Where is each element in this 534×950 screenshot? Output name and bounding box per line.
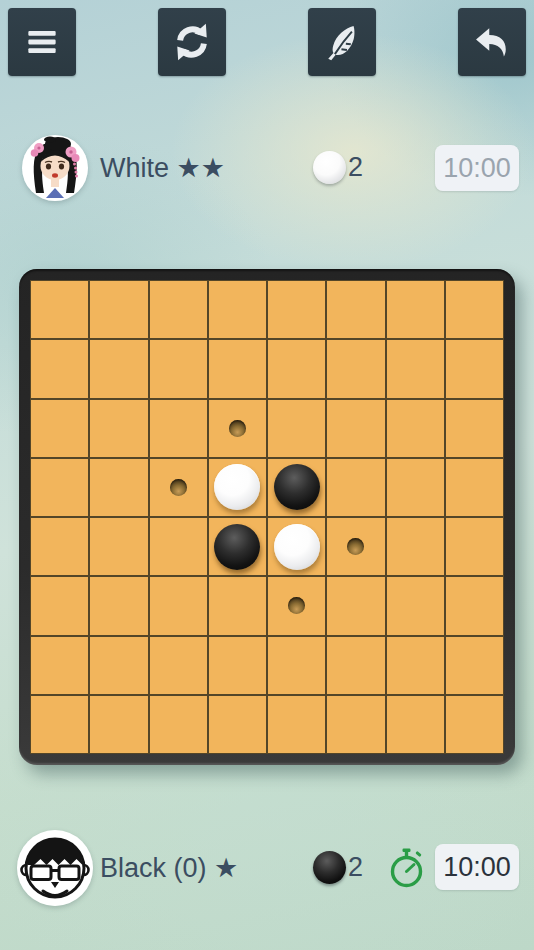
quill-button[interactable] xyxy=(308,8,376,76)
cell-g2[interactable] xyxy=(386,339,445,398)
cell-e8[interactable] xyxy=(267,695,326,754)
cell-c8[interactable] xyxy=(149,695,208,754)
cell-f4[interactable] xyxy=(326,458,385,517)
white-count-stone-icon xyxy=(313,151,346,184)
othello-board xyxy=(19,269,515,765)
cell-g4[interactable] xyxy=(386,458,445,517)
legal-move-dot[interactable] xyxy=(229,420,246,437)
cell-g8[interactable] xyxy=(386,695,445,754)
cell-f8[interactable] xyxy=(326,695,385,754)
cell-e3[interactable] xyxy=(267,399,326,458)
cell-g6[interactable] xyxy=(386,576,445,635)
white-stone-count: 2 xyxy=(348,152,363,183)
cell-a4[interactable] xyxy=(30,458,89,517)
cell-b8[interactable] xyxy=(89,695,148,754)
cell-e5[interactable] xyxy=(267,517,326,576)
cell-h3[interactable] xyxy=(445,399,504,458)
board-grid xyxy=(30,280,504,754)
cell-c3[interactable] xyxy=(149,399,208,458)
cell-h7[interactable] xyxy=(445,636,504,695)
stopwatch-icon xyxy=(388,847,425,893)
cell-d2[interactable] xyxy=(208,339,267,398)
cell-e2[interactable] xyxy=(267,339,326,398)
cell-b3[interactable] xyxy=(89,399,148,458)
undo-arrow-icon xyxy=(470,20,514,64)
legal-move-dot[interactable] xyxy=(170,479,187,496)
cell-e7[interactable] xyxy=(267,636,326,695)
legal-move-dot[interactable] xyxy=(347,538,364,555)
cell-c2[interactable] xyxy=(149,339,208,398)
cell-g1[interactable] xyxy=(386,280,445,339)
geisha-avatar-icon xyxy=(22,135,88,201)
black-disc xyxy=(214,524,260,570)
black-timer: 10:00 xyxy=(435,844,519,890)
cell-c7[interactable] xyxy=(149,636,208,695)
black-stone-count: 2 xyxy=(348,852,363,883)
white-player-avatar xyxy=(22,135,88,201)
cell-a8[interactable] xyxy=(30,695,89,754)
cell-a3[interactable] xyxy=(30,399,89,458)
cell-d1[interactable] xyxy=(208,280,267,339)
cell-h8[interactable] xyxy=(445,695,504,754)
cell-c5[interactable] xyxy=(149,517,208,576)
cell-h1[interactable] xyxy=(445,280,504,339)
cell-c6[interactable] xyxy=(149,576,208,635)
cell-h5[interactable] xyxy=(445,517,504,576)
boy-glasses-avatar-icon xyxy=(17,830,93,906)
cell-g3[interactable] xyxy=(386,399,445,458)
cell-f7[interactable] xyxy=(326,636,385,695)
cell-b4[interactable] xyxy=(89,458,148,517)
cell-h6[interactable] xyxy=(445,576,504,635)
white-disc xyxy=(214,464,260,510)
cell-b5[interactable] xyxy=(89,517,148,576)
cell-d7[interactable] xyxy=(208,636,267,695)
cell-b2[interactable] xyxy=(89,339,148,398)
cell-e6[interactable] xyxy=(267,576,326,635)
toolbar xyxy=(8,8,526,76)
restart-button[interactable] xyxy=(158,8,226,76)
undo-button[interactable] xyxy=(458,8,526,76)
black-player-avatar xyxy=(17,830,93,906)
cell-a6[interactable] xyxy=(30,576,89,635)
cell-g7[interactable] xyxy=(386,636,445,695)
cell-a5[interactable] xyxy=(30,517,89,576)
cell-e4[interactable] xyxy=(267,458,326,517)
cell-a2[interactable] xyxy=(30,339,89,398)
cell-c4[interactable] xyxy=(149,458,208,517)
hamburger-icon xyxy=(21,21,63,63)
cell-f6[interactable] xyxy=(326,576,385,635)
cell-f2[interactable] xyxy=(326,339,385,398)
cell-h2[interactable] xyxy=(445,339,504,398)
cell-b6[interactable] xyxy=(89,576,148,635)
menu-button[interactable] xyxy=(8,8,76,76)
black-count-stone-icon xyxy=(313,851,346,884)
cell-b1[interactable] xyxy=(89,280,148,339)
cell-d8[interactable] xyxy=(208,695,267,754)
cell-d5[interactable] xyxy=(208,517,267,576)
cell-b7[interactable] xyxy=(89,636,148,695)
black-player-name: Black (0) ★ xyxy=(100,852,238,884)
white-player-name: White ★★ xyxy=(100,152,225,184)
cell-d6[interactable] xyxy=(208,576,267,635)
black-disc xyxy=(274,464,320,510)
cell-f5[interactable] xyxy=(326,517,385,576)
refresh-icon xyxy=(170,20,214,64)
cell-h4[interactable] xyxy=(445,458,504,517)
cell-g5[interactable] xyxy=(386,517,445,576)
cell-c1[interactable] xyxy=(149,280,208,339)
cell-d4[interactable] xyxy=(208,458,267,517)
cell-f1[interactable] xyxy=(326,280,385,339)
cell-e1[interactable] xyxy=(267,280,326,339)
cell-a1[interactable] xyxy=(30,280,89,339)
app-screen: White ★★ 2 10:00 Black (0) ★ 2 xyxy=(0,0,534,950)
feather-icon xyxy=(320,20,364,64)
white-disc xyxy=(274,524,320,570)
cell-f3[interactable] xyxy=(326,399,385,458)
white-timer: 10:00 xyxy=(435,145,519,191)
cell-d3[interactable] xyxy=(208,399,267,458)
cell-a7[interactable] xyxy=(30,636,89,695)
legal-move-dot[interactable] xyxy=(288,597,305,614)
